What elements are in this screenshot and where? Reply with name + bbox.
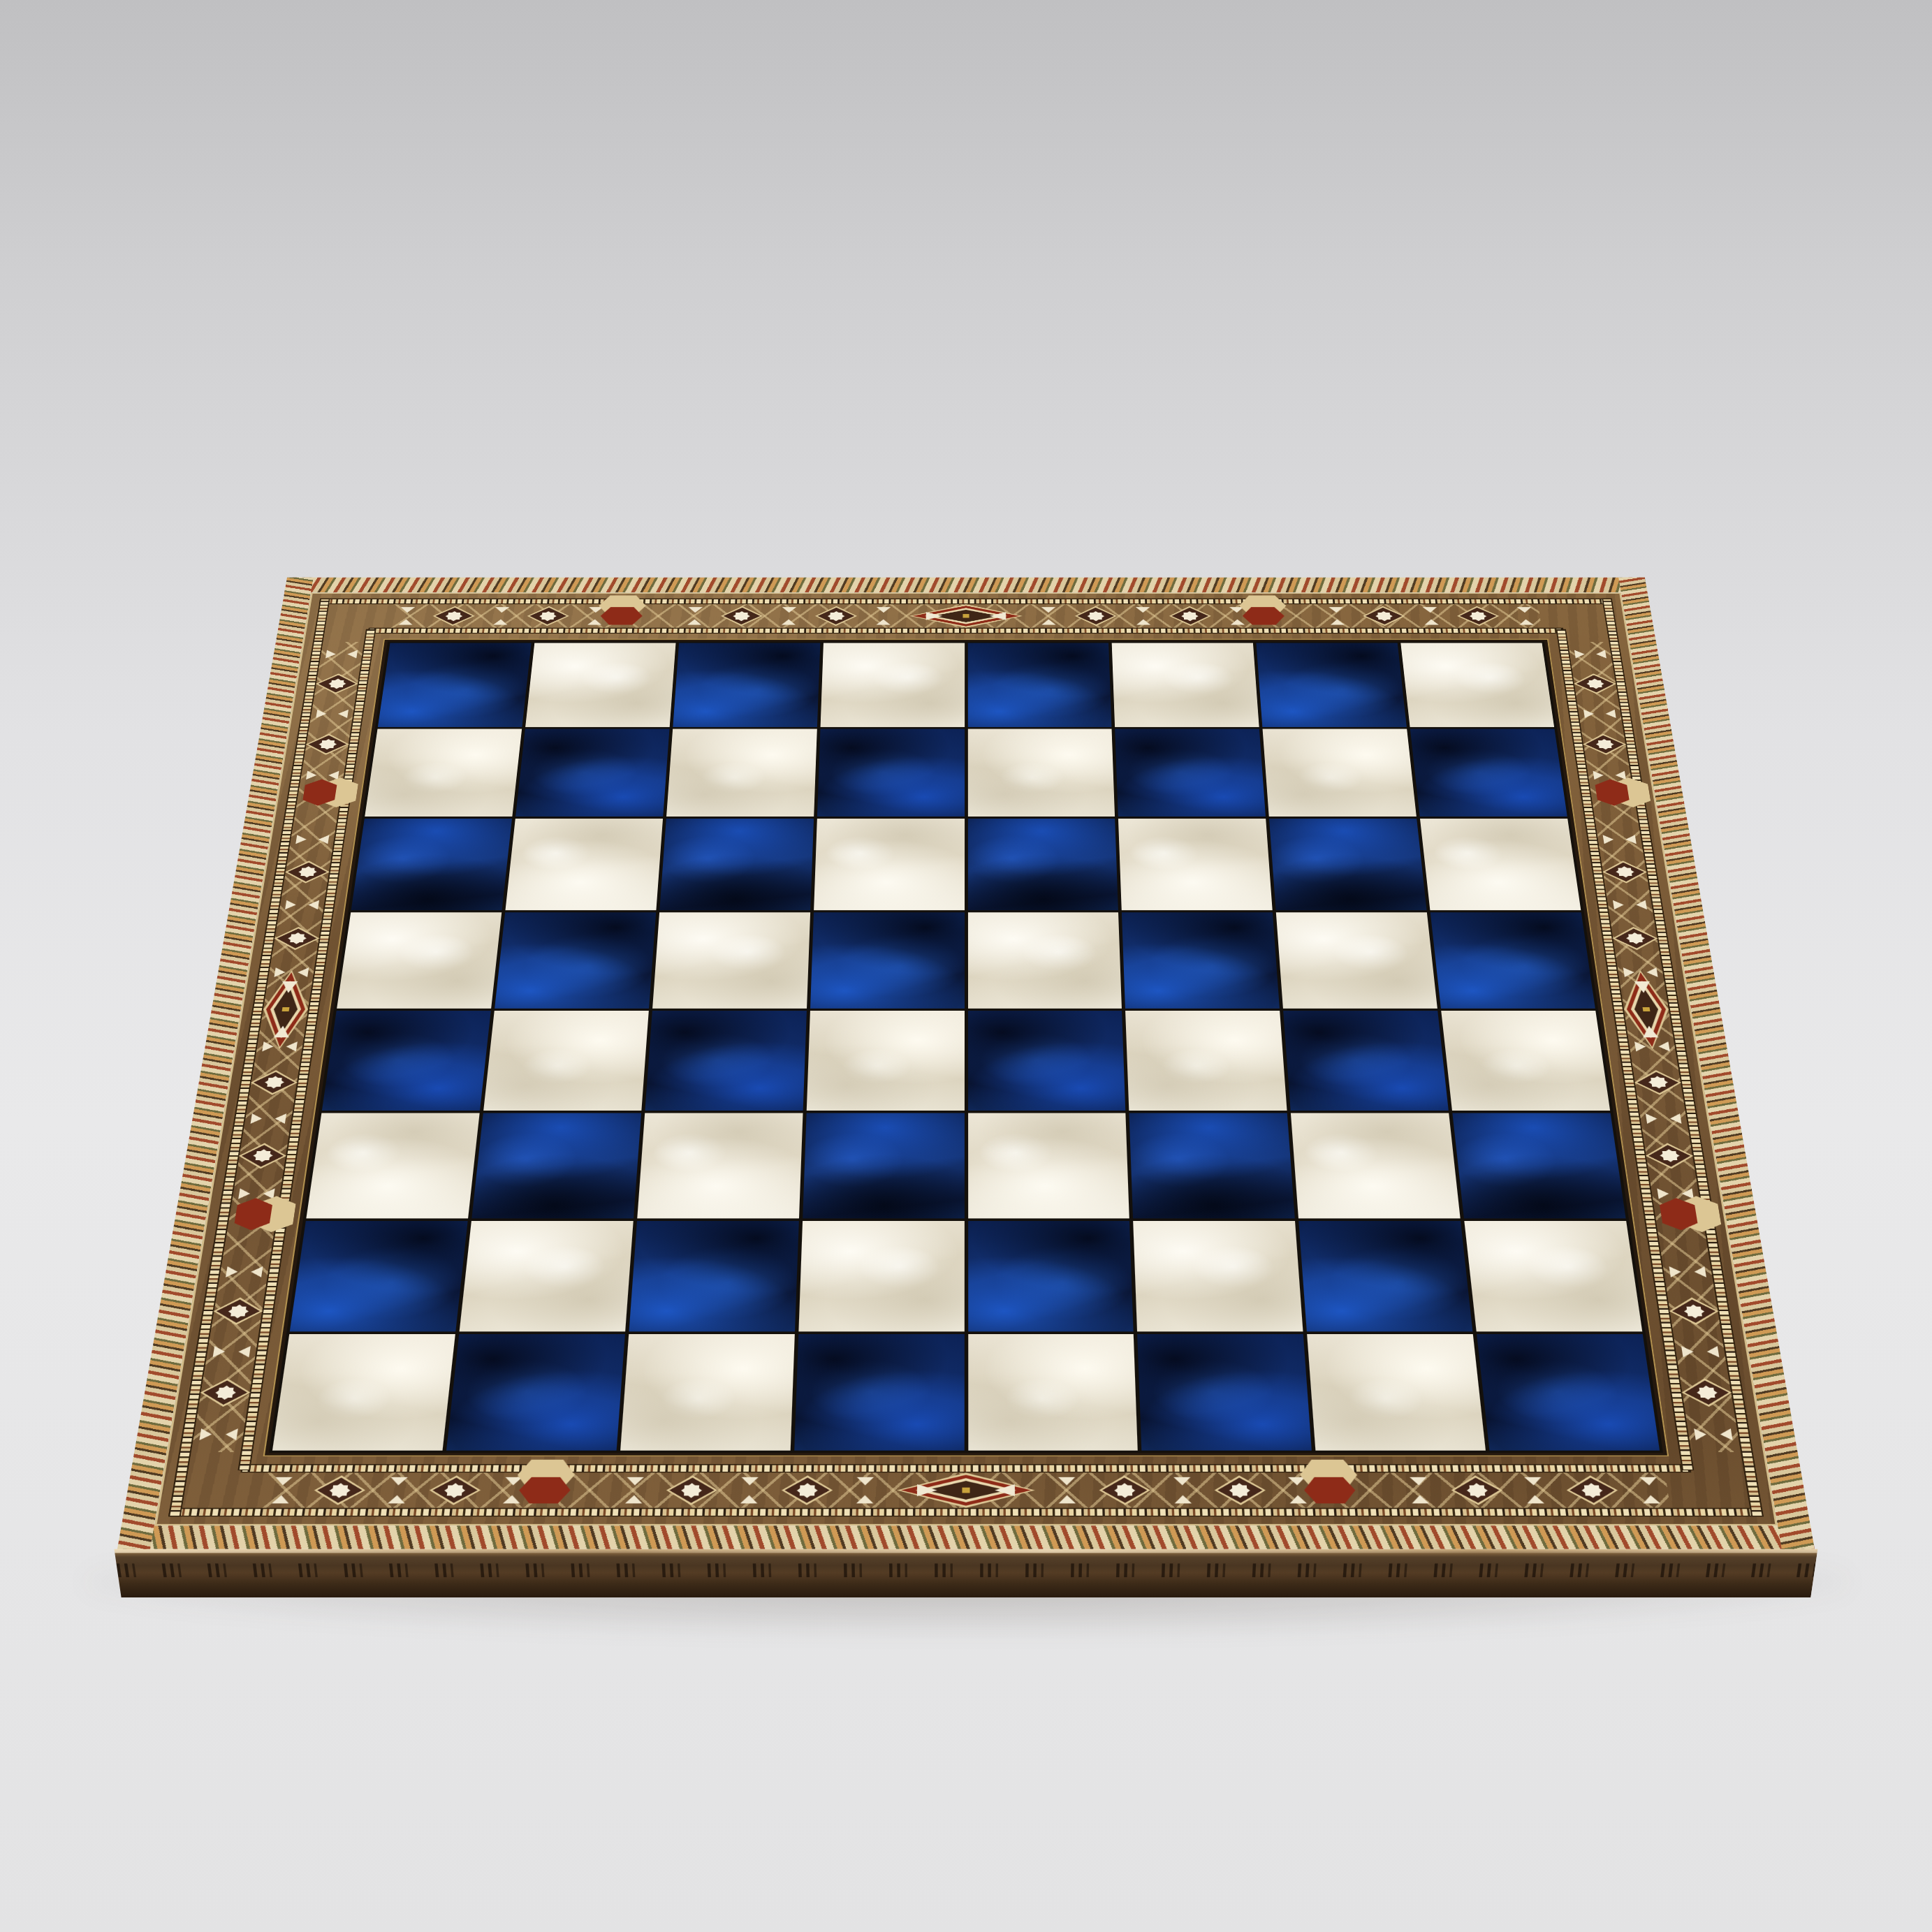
square-f8 [1112,643,1259,727]
star-diamond-inlay [249,1070,300,1095]
triangle-inlay [498,1475,527,1505]
triangle-inlay [1405,1475,1434,1505]
square-d1 [794,1334,965,1450]
eight-point-star-icon [830,613,842,620]
square-a3 [306,1113,479,1219]
square-d8 [820,643,964,727]
square-c4 [645,1011,806,1111]
star-diamond-inlay [272,927,321,950]
star-diamond-inlay [1169,606,1212,626]
star-diamond-inlay [814,606,857,626]
eight-point-star-icon [736,613,748,620]
triangle-inlay [1284,1475,1312,1505]
triangle-inlay [1643,1111,1684,1127]
square-a1 [272,1334,455,1450]
square-f3 [1129,1113,1295,1219]
square-c6 [659,819,814,910]
square-e3 [968,1113,1130,1219]
square-e5 [967,912,1122,1008]
eight-point-star-icon [685,1485,700,1495]
eight-point-star-icon [1699,1387,1715,1397]
triangle-inlay [1132,606,1154,626]
square-b3 [471,1113,641,1219]
eight-point-star-icon [230,1306,247,1316]
triangle-inlay [683,606,706,626]
star-diamond-inlay [314,673,360,694]
triangle-inlay [1634,1475,1665,1505]
medallion-gold-center [962,613,971,618]
square-b1 [446,1334,625,1450]
medallion-gold-center [280,1006,291,1012]
square-a2 [290,1221,468,1331]
star-diamond-inlay [1572,673,1618,694]
square-e8 [967,643,1111,727]
eight-point-star-icon [1628,935,1643,943]
star-diamond-inlay [312,1475,367,1505]
square-h3 [1452,1113,1625,1219]
board-front-edge [114,1549,1817,1597]
square-e7 [967,729,1115,817]
star-diamond-inlay [1581,734,1628,755]
eight-point-star-icon [1472,613,1485,620]
eight-point-star-icon [1090,613,1102,620]
triangle-inlay [1581,708,1618,721]
square-a4 [322,1011,491,1111]
square-g8 [1257,643,1407,727]
triangle-inlay [283,898,322,912]
triangle-inlay [1572,647,1609,660]
square-d3 [803,1113,965,1219]
eight-point-star-icon [217,1387,233,1397]
triangle-inlay [1600,833,1639,847]
square-h5 [1430,912,1595,1008]
square-h6 [1420,819,1581,910]
square-b5 [495,912,656,1008]
star-diamond-inlay [720,606,763,626]
square-c3 [637,1113,803,1219]
triangle-inlay [1678,1342,1722,1360]
frame-dashed-band [319,599,1613,604]
square-c7 [666,729,817,817]
square-e2 [968,1221,1134,1331]
star-diamond-inlay [237,1143,288,1169]
triangle-inlay [314,708,351,721]
star-diamond-inlay [526,606,570,626]
red-diamond-inlay [227,1214,274,1250]
eight-point-star-icon [290,935,305,943]
square-f2 [1134,1221,1303,1331]
square-f4 [1125,1011,1287,1111]
star-diamond-inlay [1667,1298,1721,1325]
red-diamond-inlay [1329,1475,1389,1506]
red-diamond-inlay [1593,792,1635,822]
triangle-inlay [248,1111,289,1127]
square-a6 [351,819,512,910]
eight-point-star-icon [1662,1151,1677,1160]
eight-point-star-icon [800,1485,815,1495]
eight-point-star-icon [447,613,460,620]
star-diamond-inlay [1099,1475,1151,1505]
frame-star-band-top [390,604,1542,628]
red-diamond-inlay [1658,1214,1705,1250]
square-c1 [620,1334,795,1450]
eight-point-star-icon [300,868,314,876]
star-diamond-inlay [198,1378,252,1407]
triangle-inlay [736,1475,763,1505]
square-f6 [1118,819,1273,910]
square-b2 [459,1221,633,1331]
square-g4 [1283,1011,1449,1111]
square-b8 [525,643,675,727]
star-diamond-inlay [283,861,331,883]
triangle-inlay [1169,1475,1196,1505]
star-diamond-inlay [432,606,476,626]
triangle-inlay [323,647,360,660]
medallion-gold-center [1641,1006,1651,1012]
square-f7 [1115,729,1266,817]
triangle-inlay [382,1475,412,1505]
eight-point-star-icon [1377,613,1390,620]
red-diamond-inlay [620,606,669,626]
square-h1 [1477,1334,1660,1450]
triangle-inlay [1611,898,1650,912]
eight-point-star-icon [542,613,555,620]
star-diamond-inlay [1074,606,1117,626]
square-g3 [1291,1113,1461,1219]
triangle-inlay [620,1475,649,1505]
frame-dashed-band [240,1464,1691,1472]
square-d5 [810,912,965,1008]
chessboard [117,578,1815,1549]
star-diamond-inlay [1601,861,1649,883]
frame-rope-band-top [284,578,1648,593]
square-g2 [1299,1221,1473,1331]
star-diamond-inlay [1644,1143,1695,1169]
star-diamond-inlay [781,1475,833,1505]
triangle-inlay [1513,606,1537,626]
square-d6 [814,819,965,910]
triangle-inlay [210,1342,254,1360]
triangle-inlay [777,606,800,626]
triangle-inlay [1053,1475,1081,1505]
perspective-scene [0,43,1932,1932]
star-diamond-inlay [1456,606,1500,626]
front-edge-gloss [114,1549,1817,1553]
triangle-inlay [1667,1263,1709,1280]
red-diamond-inlay [1263,606,1312,626]
square-c8 [673,643,820,727]
star-diamond-inlay [1565,1475,1620,1505]
eight-point-star-icon [1597,740,1611,748]
red-diamond-inlay [296,792,338,822]
triangle-inlay [1691,1425,1735,1443]
star-diamond-inlay [1679,1378,1734,1407]
square-b7 [515,729,669,817]
square-a7 [365,729,522,817]
star-diamond-inlay [1214,1475,1267,1505]
square-h7 [1410,729,1567,817]
eight-point-star-icon [1651,1078,1665,1086]
square-g1 [1307,1334,1486,1450]
square-g5 [1276,912,1437,1008]
square-h8 [1400,643,1554,727]
eight-point-star-icon [1469,1485,1485,1495]
eight-point-star-icon [1584,1485,1600,1495]
eight-point-star-icon [1232,1485,1247,1495]
eight-point-star-icon [267,1078,281,1086]
star-diamond-inlay [1362,606,1406,626]
frame-dashed-band [368,628,1565,634]
square-d7 [817,729,965,817]
triangle-inlay [1520,1475,1550,1505]
star-diamond-inlay [304,734,351,755]
triangle-inlay [1419,606,1443,626]
square-f5 [1122,912,1280,1008]
square-e6 [967,819,1118,910]
eight-point-star-icon [1184,613,1196,620]
triangle-inlay [1655,1185,1697,1202]
triangle-inlay [1038,606,1060,626]
triangle-inlay [293,833,332,847]
square-f1 [1138,1334,1312,1450]
star-diamond-inlay [211,1298,265,1325]
star-diamond-inlay [1611,927,1660,950]
triangle-inlay [267,1475,298,1505]
square-h4 [1441,1011,1610,1111]
square-e4 [968,1011,1126,1111]
star-diamond-inlay [666,1475,719,1505]
eight-point-star-icon [255,1151,270,1160]
square-g6 [1269,819,1426,910]
square-b4 [483,1011,649,1111]
star-diamond-inlay [1632,1070,1683,1095]
triangle-inlay [395,606,419,626]
square-d4 [806,1011,964,1111]
square-c5 [652,912,810,1008]
triangle-inlay [223,1263,265,1280]
triangle-inlay [1325,606,1349,626]
star-diamond-inlay [427,1475,482,1505]
eight-point-star-icon [1618,868,1632,876]
square-a5 [337,912,502,1008]
triangle-inlay [489,606,513,626]
square-a8 [378,643,532,727]
eight-point-star-icon [1117,1485,1132,1495]
square-g7 [1263,729,1417,817]
eight-point-star-icon [332,1485,348,1495]
red-diamond-inlay [543,1475,603,1506]
eight-point-star-icon [1686,1306,1702,1316]
frame-rope-band-bottom [117,1525,1815,1549]
star-diamond-inlay [1450,1475,1505,1505]
center-medallion [909,604,1023,628]
eight-point-star-icon [447,1485,463,1495]
front-edge-inlay-ticks [117,1564,1816,1577]
square-d2 [798,1221,964,1331]
triangle-inlay [196,1425,240,1443]
square-b6 [505,819,662,910]
eight-point-star-icon [1588,680,1602,687]
eight-point-star-icon [330,680,344,687]
triangle-inlay [851,1475,879,1505]
triangle-inlay [235,1185,277,1202]
eight-point-star-icon [321,740,335,748]
square-e1 [968,1334,1139,1450]
square-h2 [1464,1221,1642,1331]
square-c2 [629,1221,798,1331]
triangle-inlay [872,606,895,626]
